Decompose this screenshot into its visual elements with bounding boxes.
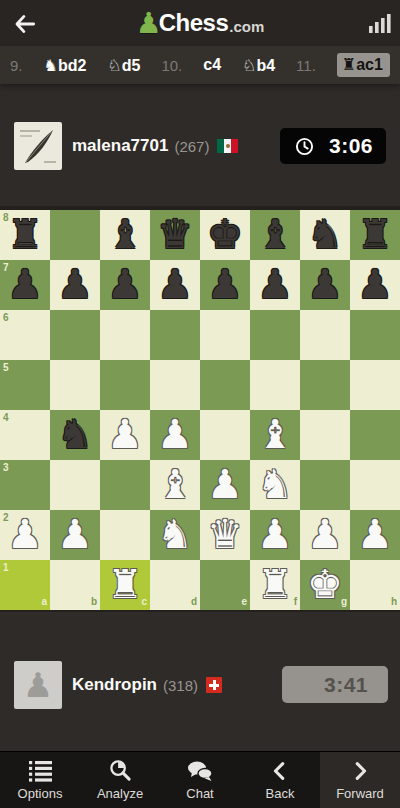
options-label: Options bbox=[18, 786, 63, 801]
piece-black-knight: ♞ bbox=[50, 410, 100, 460]
square-g7[interactable]: ♟ bbox=[300, 260, 350, 310]
square-e7[interactable]: ♟ bbox=[200, 260, 250, 310]
figurine-icon: ♘ bbox=[107, 56, 121, 75]
square-h6[interactable] bbox=[350, 310, 400, 360]
move-text: 10. bbox=[161, 57, 182, 74]
square-b3[interactable] bbox=[50, 460, 100, 510]
clock-time-top: 3:06 bbox=[329, 134, 373, 158]
chat-label: Chat bbox=[186, 786, 213, 801]
file-label-b: b bbox=[91, 597, 97, 607]
piece-black-pawn: ♟ bbox=[100, 260, 150, 310]
square-c8[interactable]: ♝ bbox=[100, 210, 150, 260]
piece-white-bishop: ♝ bbox=[150, 460, 200, 510]
square-h2[interactable]: ♟ bbox=[350, 510, 400, 560]
chat-button[interactable]: Chat bbox=[160, 752, 240, 808]
speech-bubbles-icon bbox=[187, 760, 213, 782]
move-item[interactable]: ♘d5 bbox=[107, 56, 140, 75]
piece-black-bishop: ♝ bbox=[250, 210, 300, 260]
square-h8[interactable]: ♜ bbox=[350, 210, 400, 260]
square-b4[interactable]: ♞ bbox=[50, 410, 100, 460]
move-item[interactable]: c4 bbox=[203, 56, 221, 74]
square-f4[interactable]: ♝ bbox=[250, 410, 300, 460]
square-c7[interactable]: ♟ bbox=[100, 260, 150, 310]
square-c5[interactable] bbox=[100, 360, 150, 410]
square-a2[interactable]: 2♟ bbox=[0, 510, 50, 560]
square-h1[interactable]: h bbox=[350, 560, 400, 610]
file-label-a: a bbox=[41, 597, 47, 607]
bottom-toolbar: Options Analyze Chat bbox=[0, 751, 400, 808]
rank-label-6: 6 bbox=[3, 313, 9, 323]
square-a6[interactable]: 6 bbox=[0, 310, 50, 360]
square-e4[interactable] bbox=[200, 410, 250, 460]
options-button[interactable]: Options bbox=[0, 752, 80, 808]
analyze-label: Analyze bbox=[97, 786, 143, 801]
move-text: bd2 bbox=[58, 57, 86, 74]
square-d3[interactable]: ♝ bbox=[150, 460, 200, 510]
square-b1[interactable]: b bbox=[50, 560, 100, 610]
move-text: d5 bbox=[122, 57, 141, 74]
magnifier-pie-icon bbox=[109, 760, 132, 782]
square-d2[interactable]: ♞ bbox=[150, 510, 200, 560]
username-bottom[interactable]: Kendropin bbox=[72, 675, 157, 695]
piece-white-rook: ♜ bbox=[100, 560, 150, 610]
square-f1[interactable]: f♜ bbox=[250, 560, 300, 610]
square-c4[interactable]: ♟ bbox=[100, 410, 150, 460]
square-g8[interactable]: ♞ bbox=[300, 210, 350, 260]
square-h5[interactable] bbox=[350, 360, 400, 410]
top-bar: ♟ Chess .com bbox=[0, 0, 400, 46]
figurine-icon: ♞ bbox=[44, 56, 58, 75]
square-e6[interactable] bbox=[200, 310, 250, 360]
square-a5[interactable]: 5 bbox=[0, 360, 50, 410]
piece-white-king: ♚ bbox=[300, 560, 350, 610]
file-label-h: h bbox=[391, 597, 397, 607]
piece-black-pawn: ♟ bbox=[150, 260, 200, 310]
square-c3[interactable] bbox=[100, 460, 150, 510]
back-move-button[interactable]: Back bbox=[240, 752, 320, 808]
move-list-bar: 9.♞bd2♘d510.c4♘b411.♜ac1 bbox=[0, 46, 400, 84]
switzerland-flag-icon bbox=[206, 677, 222, 693]
move-text: 9. bbox=[10, 57, 23, 74]
square-f8[interactable]: ♝ bbox=[250, 210, 300, 260]
piece-white-knight: ♞ bbox=[250, 460, 300, 510]
piece-white-pawn: ♟ bbox=[150, 410, 200, 460]
move-number: 9. bbox=[10, 57, 23, 74]
piece-white-pawn: ♟ bbox=[0, 510, 50, 560]
piece-white-rook: ♜ bbox=[250, 560, 300, 610]
move-item[interactable]: ♞bd2 bbox=[44, 56, 87, 75]
list-icon bbox=[28, 760, 53, 782]
quill-avatar-image bbox=[14, 122, 62, 170]
move-text: c4 bbox=[203, 56, 221, 73]
avatar-kendropin[interactable]: ♟ bbox=[14, 661, 62, 709]
square-d7[interactable]: ♟ bbox=[150, 260, 200, 310]
figurine-icon: ♜ bbox=[342, 55, 356, 74]
piece-black-pawn: ♟ bbox=[200, 260, 250, 310]
square-b5[interactable] bbox=[50, 360, 100, 410]
move-text: b4 bbox=[256, 57, 275, 74]
piece-white-pawn: ♟ bbox=[50, 510, 100, 560]
rank-label-3: 3 bbox=[3, 463, 9, 473]
chess-app-screen: ♟ Chess .com 9.♞bd2♘d510.c4♘b411.♜ac1 ma… bbox=[0, 0, 400, 808]
piece-black-rook: ♜ bbox=[350, 210, 400, 260]
clock-bottom: 3:41 bbox=[282, 666, 388, 703]
square-a8[interactable]: 8♜ bbox=[0, 210, 50, 260]
rank-label-5: 5 bbox=[3, 363, 9, 373]
chesscom-logo: ♟ Chess .com bbox=[0, 0, 400, 46]
mexico-flag-icon bbox=[217, 139, 238, 153]
username-top[interactable]: malena7701 bbox=[72, 136, 168, 156]
square-d5[interactable] bbox=[150, 360, 200, 410]
figurine-icon: ♘ bbox=[242, 56, 256, 75]
square-f3[interactable]: ♞ bbox=[250, 460, 300, 510]
move-text: 11. bbox=[296, 57, 316, 74]
square-g4[interactable] bbox=[300, 410, 350, 460]
piece-white-pawn: ♟ bbox=[200, 460, 250, 510]
rank-label-4: 4 bbox=[3, 413, 9, 423]
back-label: Back bbox=[266, 786, 295, 801]
square-f2[interactable]: ♟ bbox=[250, 510, 300, 560]
square-h3[interactable] bbox=[350, 460, 400, 510]
piece-black-pawn: ♟ bbox=[250, 260, 300, 310]
default-pawn-avatar-icon: ♟ bbox=[23, 668, 53, 702]
rank-label-1: 1 bbox=[3, 563, 9, 573]
square-e8[interactable]: ♚ bbox=[200, 210, 250, 260]
piece-black-pawn: ♟ bbox=[350, 260, 400, 310]
player-row-top: malena7701 (267) 3:06 bbox=[0, 122, 400, 170]
square-g3[interactable] bbox=[300, 460, 350, 510]
square-d8[interactable]: ♛ bbox=[150, 210, 200, 260]
forward-label: Forward bbox=[336, 786, 384, 801]
forward-move-button[interactable]: Forward bbox=[320, 752, 400, 808]
square-d6[interactable] bbox=[150, 310, 200, 360]
piece-black-knight: ♞ bbox=[300, 210, 350, 260]
piece-white-pawn: ♟ bbox=[300, 510, 350, 560]
square-c6[interactable] bbox=[100, 310, 150, 360]
current-move-chip[interactable]: ♜ac1 bbox=[337, 53, 390, 77]
analyze-button[interactable]: Analyze bbox=[80, 752, 160, 808]
square-a1[interactable]: 1a bbox=[0, 560, 50, 610]
piece-white-knight: ♞ bbox=[150, 510, 200, 560]
piece-black-pawn: ♟ bbox=[50, 260, 100, 310]
square-g1[interactable]: g♚ bbox=[300, 560, 350, 610]
file-label-d: d bbox=[191, 597, 197, 607]
square-b8[interactable] bbox=[50, 210, 100, 260]
square-c2[interactable] bbox=[100, 510, 150, 560]
square-f7[interactable]: ♟ bbox=[250, 260, 300, 310]
piece-black-queen: ♛ bbox=[150, 210, 200, 260]
move-number: 10. bbox=[161, 57, 182, 74]
chevron-right-icon bbox=[349, 760, 371, 782]
piece-white-pawn: ♟ bbox=[350, 510, 400, 560]
square-b7[interactable]: ♟ bbox=[50, 260, 100, 310]
logo-text: Chess bbox=[159, 9, 229, 37]
clock-icon bbox=[295, 137, 314, 156]
square-e2[interactable]: ♛ bbox=[200, 510, 250, 560]
square-b6[interactable] bbox=[50, 310, 100, 360]
square-a4[interactable]: 4 bbox=[0, 410, 50, 460]
square-h4[interactable] bbox=[350, 410, 400, 460]
square-e5[interactable] bbox=[200, 360, 250, 410]
chevron-left-icon bbox=[269, 760, 291, 782]
square-a3[interactable]: 3 bbox=[0, 460, 50, 510]
rating-bottom: (318) bbox=[163, 677, 198, 694]
move-number: 11. bbox=[296, 57, 316, 74]
square-d4[interactable]: ♟ bbox=[150, 410, 200, 460]
piece-white-queen: ♛ bbox=[200, 510, 250, 560]
move-text: ac1 bbox=[356, 56, 383, 73]
piece-black-rook: ♜ bbox=[0, 210, 50, 260]
square-g5[interactable] bbox=[300, 360, 350, 410]
avatar-malena7701[interactable] bbox=[14, 122, 62, 170]
chess-board: 8♜♝♛♚♝♞♜7♟♟♟♟♟♟♟♟654♞♟♟♝3♝♟♞2♟♟♞♛♟♟♟1abc… bbox=[0, 210, 400, 610]
square-h7[interactable]: ♟ bbox=[350, 260, 400, 310]
player-row-bottom: ♟ Kendropin (318) 3:41 bbox=[0, 661, 400, 709]
square-a7[interactable]: 7♟ bbox=[0, 260, 50, 310]
piece-black-bishop: ♝ bbox=[100, 210, 150, 260]
move-item[interactable]: ♘b4 bbox=[242, 56, 275, 75]
square-e3[interactable]: ♟ bbox=[200, 460, 250, 510]
piece-black-pawn: ♟ bbox=[0, 260, 50, 310]
piece-black-pawn: ♟ bbox=[300, 260, 350, 310]
clock-top: 3:06 bbox=[280, 128, 386, 164]
square-b2[interactable]: ♟ bbox=[50, 510, 100, 560]
piece-white-pawn: ♟ bbox=[250, 510, 300, 560]
piece-black-king: ♚ bbox=[200, 210, 250, 260]
piece-white-bishop: ♝ bbox=[250, 410, 300, 460]
square-c1[interactable]: c♜ bbox=[100, 560, 150, 610]
clock-time-bottom: 3:41 bbox=[324, 673, 368, 697]
square-g6[interactable] bbox=[300, 310, 350, 360]
square-f5[interactable] bbox=[250, 360, 300, 410]
logo-com-text: .com bbox=[229, 12, 264, 35]
piece-white-pawn: ♟ bbox=[100, 410, 150, 460]
signal-strength-icon bbox=[368, 12, 392, 34]
square-d1[interactable]: d bbox=[150, 560, 200, 610]
square-g2[interactable]: ♟ bbox=[300, 510, 350, 560]
square-f6[interactable] bbox=[250, 310, 300, 360]
rating-top: (267) bbox=[174, 138, 209, 155]
square-e1[interactable]: e bbox=[200, 560, 250, 610]
file-label-e: e bbox=[241, 597, 247, 607]
